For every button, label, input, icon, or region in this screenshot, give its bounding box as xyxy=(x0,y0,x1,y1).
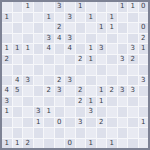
cell-r7c8[interactable] xyxy=(76,65,86,75)
cell-r4c11[interactable] xyxy=(107,34,117,44)
cell-r10c5[interactable] xyxy=(44,97,54,107)
cell-r13c8[interactable] xyxy=(76,128,86,138)
cell-r8c8[interactable] xyxy=(76,76,86,86)
cell-r14c11[interactable]: 1 xyxy=(107,139,117,149)
cell-r14c9[interactable]: 1 xyxy=(86,139,96,149)
cell-r6c6[interactable] xyxy=(55,55,65,65)
cell-r11c7[interactable] xyxy=(65,107,75,117)
cell-r7c4[interactable] xyxy=(34,65,44,75)
cell-r9c14[interactable] xyxy=(139,86,149,96)
cell-r11c6[interactable] xyxy=(55,107,65,117)
cell-r7c11[interactable] xyxy=(107,65,117,75)
cell-r2c7[interactable]: 3 xyxy=(65,13,75,23)
cell-r3c2[interactable] xyxy=(13,23,23,33)
cell-r1c7[interactable] xyxy=(65,2,75,12)
cell-r13c3[interactable] xyxy=(23,128,33,138)
cell-r10c4[interactable] xyxy=(34,97,44,107)
cell-r12c10[interactable]: 2 xyxy=(97,118,107,128)
cell-r9c5[interactable]: 2 xyxy=(44,86,54,96)
cell-r8c13[interactable] xyxy=(128,76,138,86)
cell-r3c5[interactable] xyxy=(44,23,54,33)
cell-r10c9[interactable]: 1 xyxy=(86,97,96,107)
cell-r2c6[interactable] xyxy=(55,13,65,23)
cell-r7c6[interactable] xyxy=(55,65,65,75)
cell-r7c2[interactable] xyxy=(13,65,23,75)
cell-r1c2[interactable] xyxy=(13,2,23,12)
cell-r14c10[interactable] xyxy=(97,139,107,149)
cell-r1c11[interactable] xyxy=(107,2,117,12)
cell-r5c12[interactable] xyxy=(118,44,128,54)
cell-r12c8[interactable]: 3 xyxy=(76,118,86,128)
cell-r12c12[interactable] xyxy=(118,118,128,128)
cell-r7c9[interactable] xyxy=(86,65,96,75)
cell-r1c13[interactable]: 1 xyxy=(128,2,138,12)
cell-r13c12[interactable] xyxy=(118,128,128,138)
cell-r13c14[interactable] xyxy=(139,128,149,138)
cell-r5c1[interactable]: 1 xyxy=(2,44,12,54)
cell-r9c7[interactable] xyxy=(65,86,75,96)
cell-r4c14[interactable]: 2 xyxy=(139,34,149,44)
cell-r6c7[interactable] xyxy=(65,55,75,65)
cell-r12c9[interactable] xyxy=(86,118,96,128)
cell-r1c1[interactable] xyxy=(2,2,12,12)
cell-r8c2[interactable]: 4 xyxy=(13,76,23,86)
cell-r13c7[interactable] xyxy=(65,128,75,138)
cell-r9c13[interactable]: 3 xyxy=(128,86,138,96)
cell-r5c6[interactable] xyxy=(55,44,65,54)
cell-r6c4[interactable] xyxy=(34,55,44,65)
cell-r12c6[interactable]: 0 xyxy=(55,118,65,128)
cell-r10c12[interactable] xyxy=(118,97,128,107)
cell-r2c9[interactable]: 1 xyxy=(86,13,96,23)
cell-r2c10[interactable] xyxy=(97,13,107,23)
cell-r6c1[interactable]: 2 xyxy=(2,55,12,65)
cell-r1c5[interactable] xyxy=(44,2,54,12)
cell-r5c2[interactable]: 1 xyxy=(13,44,23,54)
cell-r13c1[interactable] xyxy=(2,128,12,138)
cell-r11c12[interactable] xyxy=(118,107,128,117)
cell-r2c4[interactable] xyxy=(34,13,44,23)
cell-r10c1[interactable]: 3 xyxy=(2,97,12,107)
cell-r6c5[interactable] xyxy=(44,55,54,65)
cell-r8c9[interactable] xyxy=(86,76,96,86)
cell-r14c8[interactable] xyxy=(76,139,86,149)
cell-r8c6[interactable]: 2 xyxy=(55,76,65,86)
cell-r2c1[interactable]: 1 xyxy=(2,13,12,23)
cell-r9c10[interactable]: 1 xyxy=(97,86,107,96)
cell-r1c10[interactable] xyxy=(97,2,107,12)
cell-r6c3[interactable] xyxy=(23,55,33,65)
cell-r2c2[interactable] xyxy=(13,13,23,23)
cell-r7c1[interactable] xyxy=(2,65,12,75)
puzzle-board: 1311101131121103432111441331221324323345… xyxy=(0,0,150,150)
cell-r3c8[interactable] xyxy=(76,23,86,33)
cell-r14c3[interactable]: 2 xyxy=(23,139,33,149)
cell-r12c11[interactable] xyxy=(107,118,117,128)
cell-r14c4[interactable] xyxy=(34,139,44,149)
cell-r1c12[interactable]: 1 xyxy=(118,2,128,12)
cell-r8c14[interactable]: 3 xyxy=(139,76,149,86)
cell-r1c14[interactable]: 0 xyxy=(139,2,149,12)
cell-r5c14[interactable]: 1 xyxy=(139,44,149,54)
cell-r13c9[interactable] xyxy=(86,128,96,138)
cell-r5c13[interactable]: 3 xyxy=(128,44,138,54)
cell-r11c14[interactable] xyxy=(139,107,149,117)
cell-r4c2[interactable] xyxy=(13,34,23,44)
cell-r14c2[interactable]: 1 xyxy=(13,139,23,149)
cell-r6c8[interactable]: 2 xyxy=(76,55,86,65)
cell-r6c2[interactable] xyxy=(13,55,23,65)
cell-r4c8[interactable] xyxy=(76,34,86,44)
cell-r10c2[interactable] xyxy=(13,97,23,107)
cell-r3c14[interactable]: 0 xyxy=(139,23,149,33)
cell-r2c5[interactable]: 1 xyxy=(44,13,54,23)
cell-r8c7[interactable]: 3 xyxy=(65,76,75,86)
cell-r8c12[interactable] xyxy=(118,76,128,86)
cell-r4c4[interactable] xyxy=(34,34,44,44)
cell-r11c5[interactable]: 1 xyxy=(44,107,54,117)
cell-r4c6[interactable]: 4 xyxy=(55,34,65,44)
cell-r11c8[interactable] xyxy=(76,107,86,117)
cell-r6c9[interactable]: 1 xyxy=(86,55,96,65)
cell-r13c4[interactable] xyxy=(34,128,44,138)
cell-r1c8[interactable]: 1 xyxy=(76,2,86,12)
cell-r3c6[interactable]: 2 xyxy=(55,23,65,33)
cell-r11c4[interactable]: 3 xyxy=(34,107,44,117)
cell-r8c4[interactable] xyxy=(34,76,44,86)
cell-r7c13[interactable] xyxy=(128,65,138,75)
cell-r12c5[interactable] xyxy=(44,118,54,128)
cell-r4c1[interactable] xyxy=(2,34,12,44)
cell-r12c1[interactable] xyxy=(2,118,12,128)
cell-r2c11[interactable]: 1 xyxy=(107,13,117,23)
cell-r6c12[interactable]: 3 xyxy=(118,55,128,65)
cell-r14c13[interactable] xyxy=(128,139,138,149)
cell-r9c6[interactable]: 3 xyxy=(55,86,65,96)
cell-r8c3[interactable]: 3 xyxy=(23,76,33,86)
cell-r2c14[interactable] xyxy=(139,13,149,23)
cell-r3c10[interactable]: 1 xyxy=(97,23,107,33)
cell-r3c4[interactable] xyxy=(34,23,44,33)
cell-r12c2[interactable] xyxy=(13,118,23,128)
cell-r10c14[interactable] xyxy=(139,97,149,107)
cell-r4c7[interactable]: 3 xyxy=(65,34,75,44)
cell-r3c1[interactable] xyxy=(2,23,12,33)
cell-r6c10[interactable] xyxy=(97,55,107,65)
cell-r7c10[interactable] xyxy=(97,65,107,75)
cell-r14c5[interactable] xyxy=(44,139,54,149)
cell-r11c13[interactable] xyxy=(128,107,138,117)
cell-r14c7[interactable]: 0 xyxy=(65,139,75,149)
cell-r10c8[interactable]: 2 xyxy=(76,97,86,107)
cell-r11c11[interactable] xyxy=(107,107,117,117)
cell-r13c2[interactable] xyxy=(13,128,23,138)
cell-r3c7[interactable] xyxy=(65,23,75,33)
cell-r8c1[interactable] xyxy=(2,76,12,86)
cell-r9c4[interactable] xyxy=(34,86,44,96)
cell-r3c9[interactable] xyxy=(86,23,96,33)
cell-r13c10[interactable] xyxy=(97,128,107,138)
cell-r12c4[interactable]: 1 xyxy=(34,118,44,128)
cell-r10c10[interactable]: 1 xyxy=(97,97,107,107)
cell-r1c6[interactable]: 3 xyxy=(55,2,65,12)
cell-r1c4[interactable] xyxy=(34,2,44,12)
cell-r9c12[interactable]: 3 xyxy=(118,86,128,96)
cell-r13c13[interactable] xyxy=(128,128,138,138)
cell-r7c5[interactable] xyxy=(44,65,54,75)
cell-r1c9[interactable] xyxy=(86,2,96,12)
cell-r14c6[interactable] xyxy=(55,139,65,149)
cell-r5c9[interactable]: 1 xyxy=(86,44,96,54)
cell-r12c7[interactable] xyxy=(65,118,75,128)
cell-r13c11[interactable] xyxy=(107,128,117,138)
cell-r10c11[interactable] xyxy=(107,97,117,107)
cell-r7c14[interactable] xyxy=(139,65,149,75)
cell-r12c13[interactable] xyxy=(128,118,138,128)
cell-r9c9[interactable] xyxy=(86,86,96,96)
cell-r10c6[interactable] xyxy=(55,97,65,107)
cell-r5c5[interactable]: 4 xyxy=(44,44,54,54)
cell-r5c10[interactable]: 3 xyxy=(97,44,107,54)
cell-r5c11[interactable] xyxy=(107,44,117,54)
cell-r4c3[interactable] xyxy=(23,34,33,44)
cell-r5c8[interactable] xyxy=(76,44,86,54)
cell-r6c13[interactable]: 2 xyxy=(128,55,138,65)
cell-r8c10[interactable] xyxy=(97,76,107,86)
cell-r8c11[interactable] xyxy=(107,76,117,86)
cell-r10c3[interactable] xyxy=(23,97,33,107)
cell-r9c3[interactable] xyxy=(23,86,33,96)
cell-r12c14[interactable]: 1 xyxy=(139,118,149,128)
cell-r1c3[interactable]: 1 xyxy=(23,2,33,12)
cell-r7c12[interactable] xyxy=(118,65,128,75)
cell-r9c11[interactable]: 2 xyxy=(107,86,117,96)
cell-r13c5[interactable] xyxy=(44,128,54,138)
cell-r12c3[interactable] xyxy=(23,118,33,128)
cell-r11c3[interactable] xyxy=(23,107,33,117)
cell-r4c9[interactable] xyxy=(86,34,96,44)
cell-r2c13[interactable] xyxy=(128,13,138,23)
cell-r6c11[interactable] xyxy=(107,55,117,65)
cell-r10c13[interactable] xyxy=(128,97,138,107)
cell-r8c5[interactable] xyxy=(44,76,54,86)
cell-r11c9[interactable]: 3 xyxy=(86,107,96,117)
cell-r2c12[interactable] xyxy=(118,13,128,23)
cell-r9c8[interactable]: 2 xyxy=(76,86,86,96)
cell-r4c10[interactable] xyxy=(97,34,107,44)
cell-r5c7[interactable]: 4 xyxy=(65,44,75,54)
cell-r5c3[interactable]: 1 xyxy=(23,44,33,54)
cell-r2c3[interactable] xyxy=(23,13,33,23)
cell-r14c14[interactable] xyxy=(139,139,149,149)
cell-r7c3[interactable] xyxy=(23,65,33,75)
cell-r2c8[interactable] xyxy=(76,13,86,23)
cell-r9c2[interactable]: 5 xyxy=(13,86,23,96)
cell-r14c12[interactable] xyxy=(118,139,128,149)
cell-r13c6[interactable] xyxy=(55,128,65,138)
cell-r6c14[interactable] xyxy=(139,55,149,65)
cell-r11c10[interactable] xyxy=(97,107,107,117)
cell-r4c12[interactable] xyxy=(118,34,128,44)
cell-r3c11[interactable]: 1 xyxy=(107,23,117,33)
cell-r11c2[interactable] xyxy=(13,107,23,117)
cell-r11c1[interactable]: 1 xyxy=(2,107,12,117)
cell-r10c7[interactable] xyxy=(65,97,75,107)
cell-r4c13[interactable] xyxy=(128,34,138,44)
cell-r14c1[interactable]: 1 xyxy=(2,139,12,149)
cell-r4c5[interactable]: 3 xyxy=(44,34,54,44)
cell-r9c1[interactable]: 4 xyxy=(2,86,12,96)
cell-r3c12[interactable] xyxy=(118,23,128,33)
cell-r3c13[interactable] xyxy=(128,23,138,33)
cell-r5c4[interactable] xyxy=(34,44,44,54)
cell-r3c3[interactable] xyxy=(23,23,33,33)
cell-r7c7[interactable] xyxy=(65,65,75,75)
